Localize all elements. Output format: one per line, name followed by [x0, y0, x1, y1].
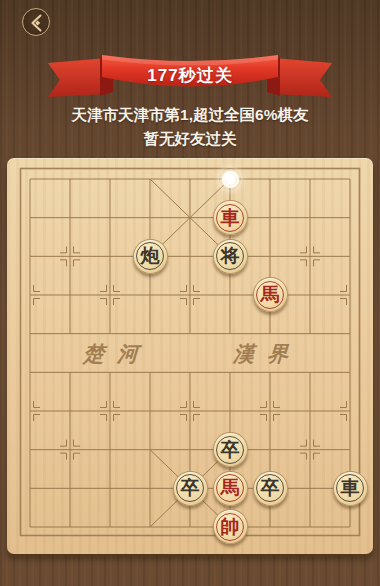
piece-glyph: 卒 — [261, 478, 280, 498]
river-label-right: 漢界 — [232, 340, 301, 368]
piece-glyph: 炮 — [141, 246, 160, 266]
result-banner: 177秒过关 — [45, 48, 335, 103]
piece-glyph: 卒 — [181, 478, 200, 498]
screen: 177秒过关 天津市天津市第1,超过全国6%棋友 暂无好友过关 楚河 漢界 車炮… — [0, 0, 380, 586]
xiangqi-board[interactable]: 楚河 漢界 車炮将馬卒卒馬卒車帥 — [7, 158, 373, 554]
piece-glyph: 馬 — [261, 285, 280, 305]
piece-red-車[interactable]: 車 — [213, 200, 248, 235]
piece-black-炮[interactable]: 炮 — [133, 239, 168, 274]
back-button[interactable] — [22, 8, 50, 36]
banner-label: 177秒过关 — [45, 64, 335, 87]
piece-black-卒[interactable]: 卒 — [173, 471, 208, 506]
river-label-left: 楚河 — [82, 340, 151, 368]
piece-glyph: 帥 — [221, 517, 240, 537]
piece-black-卒[interactable]: 卒 — [213, 432, 248, 467]
piece-black-将[interactable]: 将 — [213, 239, 248, 274]
piece-red-帥[interactable]: 帥 — [213, 509, 248, 544]
piece-red-馬[interactable]: 馬 — [253, 277, 288, 312]
last-move-marker — [219, 168, 241, 190]
rank-text: 天津市天津市第1,超过全国6%棋友 — [0, 105, 380, 126]
piece-glyph: 馬 — [221, 478, 240, 498]
piece-black-車[interactable]: 車 — [333, 471, 368, 506]
piece-glyph: 卒 — [221, 440, 240, 460]
friends-status-text: 暂无好友过关 — [0, 129, 380, 150]
piece-black-卒[interactable]: 卒 — [253, 471, 288, 506]
piece-red-馬[interactable]: 馬 — [213, 471, 248, 506]
back-icon — [23, 9, 51, 37]
piece-glyph: 車 — [341, 478, 360, 498]
piece-glyph: 車 — [221, 208, 240, 228]
piece-glyph: 将 — [221, 246, 240, 266]
